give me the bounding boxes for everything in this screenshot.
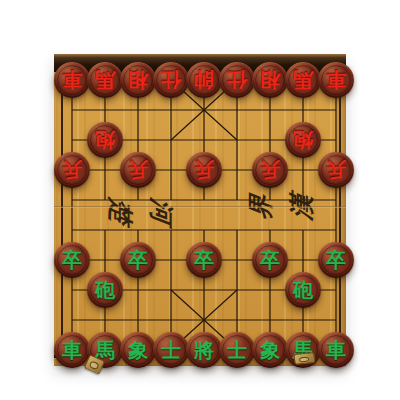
piece-green-cannon[interactable]: 砲: [285, 272, 321, 308]
piece-character: 兵: [252, 152, 288, 188]
piece-character: 砲: [285, 272, 321, 308]
piece-character: 炮: [285, 122, 321, 158]
piece-character: 兵: [120, 152, 156, 188]
piece-green-soldier[interactable]: 卒: [252, 242, 288, 278]
piece-character: 士: [219, 332, 255, 368]
piece-red-advisor[interactable]: 仕: [219, 62, 255, 98]
piece-green-elephant[interactable]: 象: [120, 332, 156, 368]
piece-green-soldier[interactable]: 卒: [54, 242, 90, 278]
xiangqi-board: 楚 河 界 漢 車馬相仕帥仕相馬車炮炮兵兵兵兵兵卒卒卒卒卒砲砲車馬象士將士象馬車: [54, 54, 346, 366]
piece-green-soldier[interactable]: 卒: [120, 242, 156, 278]
piece-red-advisor[interactable]: 仕: [153, 62, 189, 98]
piece-character: 仕: [219, 62, 255, 98]
latch-right-icon: [293, 352, 315, 365]
piece-red-chariot[interactable]: 車: [54, 62, 90, 98]
piece-green-advisor[interactable]: 士: [153, 332, 189, 368]
piece-character: 兵: [186, 152, 222, 188]
piece-character: 馬: [285, 62, 321, 98]
piece-character: 砲: [87, 272, 123, 308]
piece-character: 將: [186, 332, 222, 368]
piece-red-soldier[interactable]: 兵: [186, 152, 222, 188]
piece-character: 仕: [153, 62, 189, 98]
piece-character: 相: [252, 62, 288, 98]
piece-green-cannon[interactable]: 砲: [87, 272, 123, 308]
piece-character: 兵: [318, 152, 354, 188]
board-fold-seam: [54, 206, 346, 208]
piece-character: 卒: [318, 242, 354, 278]
piece-character: 車: [54, 332, 90, 368]
piece-character: 車: [318, 62, 354, 98]
piece-character: 士: [153, 332, 189, 368]
piece-red-elephant[interactable]: 相: [252, 62, 288, 98]
piece-red-horse[interactable]: 馬: [285, 62, 321, 98]
piece-red-horse[interactable]: 馬: [87, 62, 123, 98]
piece-character: 象: [252, 332, 288, 368]
piece-character: 車: [54, 62, 90, 98]
piece-character: 帥: [186, 62, 222, 98]
piece-character: 馬: [87, 62, 123, 98]
river-char-chu: 楚: [108, 197, 133, 226]
piece-character: 卒: [252, 242, 288, 278]
piece-green-general[interactable]: 將: [186, 332, 222, 368]
piece-character: 卒: [120, 242, 156, 278]
product-photo: 楚 河 界 漢 車馬相仕帥仕相馬車炮炮兵兵兵兵兵卒卒卒卒卒砲砲車馬象士將士象馬車: [0, 0, 400, 400]
piece-green-advisor[interactable]: 士: [219, 332, 255, 368]
river-text-chu-he: 楚 河: [108, 199, 174, 224]
piece-character: 象: [120, 332, 156, 368]
piece-red-soldier[interactable]: 兵: [318, 152, 354, 188]
piece-red-general[interactable]: 帥: [186, 62, 222, 98]
piece-green-soldier[interactable]: 卒: [186, 242, 222, 278]
piece-character: 炮: [87, 122, 123, 158]
piece-character: 相: [120, 62, 156, 98]
piece-character: 卒: [54, 242, 90, 278]
piece-red-soldier[interactable]: 兵: [120, 152, 156, 188]
piece-green-elephant[interactable]: 象: [252, 332, 288, 368]
piece-character: 卒: [186, 242, 222, 278]
piece-red-soldier[interactable]: 兵: [54, 152, 90, 188]
piece-green-soldier[interactable]: 卒: [318, 242, 354, 278]
piece-red-cannon[interactable]: 炮: [87, 122, 123, 158]
piece-character: 兵: [54, 152, 90, 188]
piece-red-chariot[interactable]: 車: [318, 62, 354, 98]
river-char-he: 河: [149, 197, 174, 226]
piece-character: 車: [318, 332, 354, 368]
piece-red-soldier[interactable]: 兵: [252, 152, 288, 188]
piece-red-elephant[interactable]: 相: [120, 62, 156, 98]
piece-green-chariot[interactable]: 車: [54, 332, 90, 368]
piece-green-chariot[interactable]: 車: [318, 332, 354, 368]
piece-red-cannon[interactable]: 炮: [285, 122, 321, 158]
